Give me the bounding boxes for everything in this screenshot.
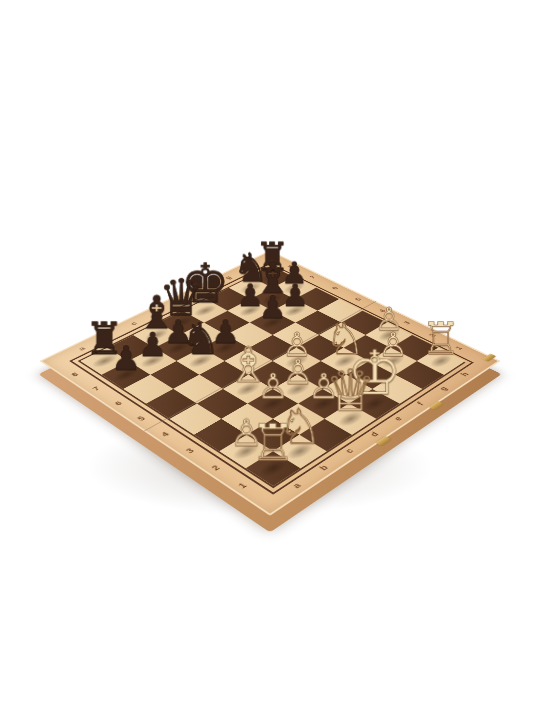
- coordinate-label-f: f: [414, 400, 425, 406]
- coordinate-label-5: 5: [135, 415, 147, 422]
- coordinate-label-h: h: [458, 371, 471, 378]
- square-a1[interactable]: ♖: [246, 451, 301, 486]
- product-photo-scene: ♜♝♛♚♞♜♟♟♟♟♝♟♞♟♟♟♗♙♙♙♘♙♙♙♙♖♘♕♔♖ 88aa77bb6…: [0, 0, 540, 720]
- brass-hinge-icon: [482, 354, 496, 362]
- coordinate-label-c: c: [342, 447, 355, 455]
- white-rook-h1[interactable]: ♖: [407, 317, 475, 361]
- coordinate-label-4: 4: [159, 430, 171, 438]
- coordinate-label-8: 8: [69, 371, 80, 378]
- chess-board-3d: ♜♝♛♚♞♜♟♟♟♟♝♟♞♟♟♟♗♙♙♙♘♙♙♙♙♖♘♕♔♖ 88aa77bb6…: [39, 250, 500, 515]
- coordinate-label-a: a: [290, 481, 303, 490]
- coordinate-label-5: 5: [352, 296, 363, 301]
- chess-board-grid[interactable]: ♜♝♛♚♞♜♟♟♟♟♝♟♞♟♟♟♗♙♙♙♘♙♙♙♙♖♘♕♔♖: [78, 266, 466, 488]
- coordinate-label-d: d: [367, 430, 380, 438]
- coordinate-label-6: 6: [329, 285, 340, 290]
- coordinate-label-7: 7: [90, 385, 101, 392]
- coordinate-label-1: 1: [236, 481, 249, 490]
- coordinate-label-6: 6: [112, 400, 124, 407]
- black-pawn-a7[interactable]: ♟: [91, 341, 160, 375]
- perspective-wrapper: ♜♝♛♚♞♜♟♟♟♟♝♟♞♟♟♟♗♙♙♙♘♙♙♙♙♖♘♕♔♖ 88aa77bb6…: [0, 0, 540, 720]
- coordinate-label-b: b: [317, 463, 331, 472]
- coordinate-label-g: g: [437, 385, 450, 392]
- white-rook-a1[interactable]: ♖: [235, 418, 312, 468]
- coordinate-label-3: 3: [183, 447, 196, 455]
- coordinate-label-e: e: [391, 415, 404, 422]
- board-frame: ♜♝♛♚♞♜♟♟♟♟♝♟♞♟♟♟♗♙♙♙♘♙♙♙♙♖♘♕♔♖ 88aa77bb6…: [39, 250, 500, 515]
- coordinate-label-2: 2: [209, 463, 222, 471]
